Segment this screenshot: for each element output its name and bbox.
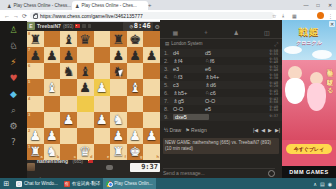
white-piece[interactable]: ♝ [127, 79, 144, 95]
ad-close-icon[interactable]: ✕ [329, 21, 335, 27]
playback-3[interactable]: ▶| [275, 127, 280, 133]
square-b5[interactable]: ♝ [44, 79, 61, 95]
move-row-6.[interactable]: 6.♗b5+♘c69:459:10 [160, 89, 282, 97]
tray-icon-1[interactable]: ▤ [320, 181, 325, 187]
browser-tab-1[interactable]: ♟ Play Chess Online - Chess... [4, 1, 75, 10]
game-info-message: NEW GAME: nathensheng (665) vs. TreebaiN… [163, 138, 279, 154]
emoji-icon[interactable] [268, 170, 275, 177]
opponent-flag-icon [75, 24, 80, 28]
ad-vertical-text: 乱世を駆ける [325, 64, 334, 91]
white-piece[interactable]: ♟ [44, 128, 61, 144]
profile-avatar[interactable] [317, 12, 324, 19]
move-row-9.[interactable]: 9.dxe59:37 [160, 113, 282, 121]
white-piece[interactable]: ♟ [143, 128, 160, 144]
bookmark-star-icon[interactable]: ☆ [272, 11, 276, 20]
white-piece[interactable]: ♟ [60, 112, 77, 128]
square-b7[interactable]: ♟ [44, 47, 61, 63]
sidebar-puzzles-bolt-icon[interactable]: ⚡ [7, 57, 21, 68]
game-panel: ▦＋♟◫ ▤ London System ⤢ 1.d4d59:589:552.♗… [160, 20, 282, 178]
url-text: https://www.chess.com/game/live/34621357… [40, 13, 143, 19]
black-piece[interactable]: ♟ [60, 47, 77, 63]
site-sidebar: ♙♘⚡♥◆⌕⚙? [0, 21, 27, 182]
ad-title: 戦姫 [282, 26, 336, 39]
square-a4[interactable]: 4 [27, 96, 44, 112]
square-a7[interactable]: 7♟ [27, 47, 44, 63]
square-e4[interactable] [94, 96, 111, 112]
square-g7[interactable]: ♟ [127, 47, 144, 63]
black-piece[interactable]: ♝ [77, 63, 94, 79]
square-a5[interactable]: 5 [27, 79, 44, 95]
opponent-bar: E TreebaiN7 (893) ◷ 8:46 ⚙ [27, 21, 160, 31]
address-bar[interactable]: https://www.chess.com/game/live/34621357… [30, 12, 274, 19]
youdao-icon: 有 [64, 181, 70, 187]
extensions-icon[interactable]: ▦ [292, 11, 297, 20]
maximize-button[interactable]: □ [312, 0, 324, 10]
taskbar-chat-for-windows[interactable]: ◻Chat for Windo... [13, 178, 61, 189]
square-e7[interactable] [94, 47, 111, 63]
square-g1[interactable]: g♚ [127, 144, 144, 160]
square-a3[interactable]: 3 [27, 112, 44, 128]
black-piece[interactable]: ♟ [44, 47, 61, 63]
square-d2[interactable] [77, 128, 94, 144]
square-d5[interactable]: ♟ [77, 79, 94, 95]
chrome-icon [106, 181, 112, 187]
player-name[interactable]: nathensheng [37, 158, 68, 164]
taskbar-chrome-chess-window[interactable]: Play Chess Onlin... [103, 178, 155, 189]
square-h7[interactable]: ♟ [143, 47, 160, 63]
move-row-8.[interactable]: 8.O-Oe59:408:50 [160, 105, 282, 113]
square-d6[interactable]: ♝ [77, 63, 94, 79]
browser-tab-2-active[interactable]: ♟ Play Chess Online - Ches... [72, 1, 148, 10]
black-piece[interactable]: ♜ [27, 31, 44, 47]
black-piece[interactable]: ♟ [77, 79, 94, 95]
square-b2[interactable]: ♟ [44, 128, 61, 144]
black-piece[interactable]: ♞ [60, 63, 77, 79]
black-piece[interactable]: ♟ [110, 47, 127, 63]
white-piece[interactable]: ♟ [127, 128, 144, 144]
white-piece[interactable]: ♜ [110, 144, 127, 160]
black-piece[interactable]: ♟ [143, 47, 160, 63]
padlock-icon [33, 14, 38, 19]
game-controls: ½ Draw ⚑ Resign |◀◀▶▶|≡ [160, 124, 290, 135]
chess-board[interactable]: 8♜♝♛♜♚7♟♟♟♟♟♟6♞♝♞5♝♟♟♝43♟♟♞2♟♟♟♟♟1a♜b♞cd… [27, 31, 160, 160]
download-icon[interactable]: ⤓ [282, 11, 284, 20]
white-piece[interactable]: ♟ [94, 112, 111, 128]
book-icon: ▤ [165, 41, 169, 46]
chess-favicon: ♟ [75, 3, 79, 9]
player-flag-icon [88, 160, 93, 164]
square-f8[interactable]: ♜ [110, 31, 127, 47]
chat-placeholder: Send a message... [163, 170, 205, 176]
taskbar: ⊞ ◻Chat for Windo...有有道词典-翻译Play Chess O… [0, 178, 336, 189]
black-piece[interactable]: ♟ [127, 47, 144, 63]
square-d4[interactable] [77, 96, 94, 112]
sidebar-logo-pawn-icon[interactable]: ♙ [7, 25, 21, 36]
square-d7[interactable] [77, 47, 94, 63]
back-icon[interactable]: ← [4, 11, 10, 20]
square-e6[interactable] [94, 63, 111, 79]
game-main: E TreebaiN7 (893) ◷ 8:46 ⚙ 8♜♝♛♜♚7♟♟♟♟♟♟… [27, 20, 160, 178]
opponent-name[interactable]: TreebaiN7 [37, 23, 61, 29]
browser-tabbar: ♟ Play Chess Online - Chess... ♟ Play Ch… [0, 0, 336, 10]
panel-tab-players[interactable]: ◫ [252, 26, 283, 38]
move-row-7.[interactable]: 7.♗g5O-O9:438:58 [160, 97, 282, 105]
square-e3[interactable]: ♟ [94, 112, 111, 128]
square-h4[interactable] [143, 96, 160, 112]
square-g4[interactable] [127, 96, 144, 112]
square-g8[interactable]: ♚ [127, 31, 144, 47]
ad-cta-button[interactable]: 今すぐプレイ [286, 144, 332, 154]
square-g2[interactable]: ♟ [127, 128, 144, 144]
square-f5[interactable] [110, 79, 127, 95]
white-piece[interactable]: ♞ [110, 112, 127, 128]
square-h2[interactable]: ♟ [143, 128, 160, 144]
player-bar: nathensheng (665) ♟ 9:37 [27, 161, 160, 173]
move-row-1.[interactable]: 1.d4d59:589:55 [160, 49, 282, 57]
black-piece[interactable]: ♟ [27, 47, 44, 63]
sidebar-help-icon[interactable]: ? [7, 137, 21, 148]
white-piece[interactable]: ♟ [27, 128, 44, 144]
square-c7[interactable]: ♟ [60, 47, 77, 63]
sidebar-settings-gear-icon[interactable]: ⚙ [7, 121, 21, 132]
square-c6[interactable]: ♞ [60, 63, 77, 79]
playback-2[interactable]: ▶ [268, 127, 272, 133]
reload-icon[interactable]: ⟳ [22, 11, 27, 20]
square-a2[interactable]: 2♟ [27, 128, 44, 144]
opponent-avatar[interactable]: E [27, 22, 35, 30]
square-c3[interactable]: ♟ [60, 112, 77, 128]
new-tab-button[interactable]: + [148, 2, 152, 8]
panel-tab-games[interactable]: ♟ [221, 26, 252, 38]
start-button[interactable]: ⊞ [0, 178, 13, 189]
panel-tab-new-game[interactable]: ＋ [191, 26, 222, 38]
white-piece[interactable]: ♚ [127, 144, 144, 160]
square-h3[interactable] [143, 112, 160, 128]
chat-bubble-icon[interactable] [106, 165, 113, 170]
panel-tab-play[interactable]: ▦ [160, 26, 191, 38]
black-piece[interactable]: ♛ [77, 31, 94, 47]
tray-icon-2[interactable]: ◉ [328, 181, 332, 187]
chess-favicon: ♟ [7, 3, 11, 9]
square-f2[interactable]: ♟ [110, 128, 127, 144]
menu-dots-icon[interactable]: ⋮ [328, 11, 333, 20]
taskbar-youdao-dict[interactable]: 有有道词典-翻译 [61, 178, 104, 189]
move-row-4.[interactable]: 4.♘f3♗b4+9:509:30 [160, 73, 282, 81]
white-piece[interactable]: ♟ [110, 128, 127, 144]
tray-icon-0[interactable]: ∧ [313, 181, 317, 187]
system-tray[interactable]: ∧▤◉ [313, 181, 336, 187]
square-f1[interactable]: f♜ [110, 144, 127, 160]
chat-app-icon: ◻ [16, 181, 22, 187]
opponent-rating: (893) [63, 24, 74, 29]
playback-1[interactable]: ◀ [261, 127, 265, 133]
square-b4[interactable] [44, 96, 61, 112]
square-b3[interactable] [44, 112, 61, 128]
move-row-5.[interactable]: 5.c3♗d69:489:20 [160, 81, 282, 89]
playback-0[interactable]: |◀ [253, 127, 258, 133]
opponent-clock: ◷ 8:46 [123, 22, 153, 31]
draw-button[interactable]: ½ Draw [164, 127, 181, 133]
square-h1[interactable]: h [143, 144, 160, 160]
resign-button[interactable]: ⚑ Resign [185, 127, 206, 133]
screen: ♟ Play Chess Online - Chess... ♟ Play Ch… [0, 0, 336, 189]
square-d8[interactable]: ♛ [77, 31, 94, 47]
player-avatar[interactable] [27, 163, 35, 171]
square-f4[interactable] [110, 96, 127, 112]
tab-title: Play Chess Online - Ches... [81, 3, 136, 8]
sidebar-lessons-heart-icon[interactable]: ♥ [7, 73, 21, 84]
sidebar-play-knight-icon[interactable]: ♘ [7, 41, 21, 52]
square-e5[interactable]: ♟ [94, 79, 111, 95]
square-e1[interactable]: e [94, 144, 111, 160]
ad-brand: DMM GAMES [282, 166, 336, 178]
panel-tabs: ▦＋♟◫ [160, 26, 282, 39]
square-c4[interactable] [60, 96, 77, 112]
square-b8[interactable] [44, 31, 61, 47]
square-c8[interactable]: ♝ [60, 31, 77, 47]
black-piece[interactable]: ♜ [110, 31, 127, 47]
player-rating: (665) [73, 159, 84, 164]
sidebar-search-icon[interactable]: ⌕ [7, 105, 21, 116]
sidebar-watch-diamond-icon[interactable]: ◆ [7, 89, 21, 100]
move-row-2.[interactable]: 2.♗f4♘f69:559:48 [160, 57, 282, 65]
white-piece[interactable]: ♝ [44, 79, 61, 95]
square-e8[interactable] [94, 31, 111, 47]
square-e2[interactable] [94, 128, 111, 144]
square-h5[interactable] [143, 79, 160, 95]
black-piece[interactable]: ♝ [60, 31, 77, 47]
clock-icon: ◷ [130, 23, 133, 29]
close-button[interactable]: ✕ [324, 0, 336, 10]
opening-name[interactable]: ▤ London System [165, 41, 203, 46]
square-h8[interactable] [143, 31, 160, 47]
chat-input[interactable]: Send a message... [163, 168, 275, 177]
square-g6[interactable] [127, 63, 144, 79]
square-f7[interactable]: ♟ [110, 47, 127, 63]
forward-icon[interactable]: → [13, 11, 19, 20]
tab-title: Play Chess Online - Chess... [13, 3, 71, 8]
white-piece[interactable]: ♟ [94, 79, 111, 95]
square-b6[interactable] [44, 63, 61, 79]
square-c2[interactable] [60, 128, 77, 144]
square-a8[interactable]: 8♜ [27, 31, 44, 47]
square-d3[interactable] [77, 112, 94, 128]
square-c5[interactable] [60, 79, 77, 95]
square-f3[interactable]: ♞ [110, 112, 127, 128]
opponent-badge-icon [88, 24, 92, 28]
black-piece[interactable]: ♚ [127, 31, 144, 47]
square-h6[interactable] [143, 63, 160, 79]
player-clock: 9:37 [130, 163, 160, 172]
move-row-3.[interactable]: 3.e3e69:529:40 [160, 65, 282, 73]
square-g5[interactable]: ♝ [127, 79, 144, 95]
expand-icon[interactable]: ⤢ [274, 41, 278, 48]
move-list[interactable]: 1.d4d59:589:552.♗f4♘f69:559:483.e3e69:52… [160, 49, 282, 121]
square-a6[interactable]: 6 [27, 63, 44, 79]
ad-subtitle: クロニクル [282, 39, 336, 45]
ad-banner[interactable]: 戦姫 クロニクル 乱世を駆ける 今すぐプレイ DMM GAMES ✕ [282, 20, 336, 178]
opponent-badge-icon [82, 24, 86, 28]
square-g3[interactable] [127, 112, 144, 128]
minimize-button[interactable]: — [300, 0, 312, 10]
